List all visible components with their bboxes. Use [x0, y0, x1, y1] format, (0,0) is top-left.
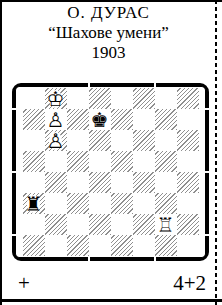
white-pawn: ♙ — [47, 110, 65, 130]
square-c5 — [67, 151, 89, 172]
square-e8 — [111, 88, 133, 109]
square-e7 — [111, 109, 133, 130]
square-c8 — [67, 88, 89, 109]
square-d1 — [89, 235, 111, 256]
square-a6 — [23, 130, 45, 151]
square-g5 — [155, 151, 177, 172]
chess-board-frame: ♔♙♚♙♜♖ — [12, 83, 209, 261]
square-f4 — [133, 172, 155, 193]
square-d4 — [89, 172, 111, 193]
black-rook: ♜ — [25, 194, 43, 214]
square-h8 — [177, 88, 199, 109]
square-g2: ♖ — [155, 214, 177, 235]
black-king: ♚ — [91, 110, 109, 130]
publication-year: 1903 — [2, 43, 215, 63]
square-b1 — [45, 235, 67, 256]
square-e4 — [111, 172, 133, 193]
page-border-right-dashed — [215, 0, 217, 305]
square-h5 — [177, 151, 199, 172]
square-f8 — [133, 88, 155, 109]
square-c6 — [67, 130, 89, 151]
square-f7 — [133, 109, 155, 130]
square-f3 — [133, 193, 155, 214]
chess-board-inner-frame: ♔♙♚♙♜♖ — [15, 86, 206, 258]
square-d3 — [89, 193, 111, 214]
square-b4 — [45, 172, 67, 193]
square-c2 — [67, 214, 89, 235]
square-g1 — [155, 235, 177, 256]
stipulation-symbol: + — [18, 271, 30, 295]
square-b7: ♙ — [45, 109, 67, 130]
diagram-footer: + 4+2 — [18, 271, 206, 295]
square-c7 — [67, 109, 89, 130]
white-pawn: ♙ — [47, 131, 65, 151]
square-g3 — [155, 193, 177, 214]
square-h7 — [177, 109, 199, 130]
square-f6 — [133, 130, 155, 151]
white-rook: ♖ — [157, 215, 175, 235]
frame-notch — [12, 171, 16, 173]
square-c3 — [67, 193, 89, 214]
publication-source: “Шахове умени” — [2, 23, 215, 43]
square-e1 — [111, 235, 133, 256]
square-b8: ♔ — [45, 88, 67, 109]
square-g8 — [155, 88, 177, 109]
diagram-header: О. ДУРАС “Шахове умени” 1903 — [2, 3, 215, 63]
square-e6 — [111, 130, 133, 151]
frame-notch — [88, 83, 90, 87]
square-a8 — [23, 88, 45, 109]
square-h4 — [177, 172, 199, 193]
square-h3 — [177, 193, 199, 214]
square-b5 — [45, 151, 67, 172]
square-a2 — [23, 214, 45, 235]
frame-notch — [12, 234, 16, 236]
frame-notch — [154, 257, 156, 261]
square-a1 — [23, 235, 45, 256]
square-a3: ♜ — [23, 193, 45, 214]
square-h1 — [177, 235, 199, 256]
page-border-left — [0, 0, 2, 305]
square-e5 — [111, 151, 133, 172]
square-d2 — [89, 214, 111, 235]
frame-notch — [205, 234, 209, 236]
square-a7 — [23, 109, 45, 130]
material-count: 4+2 — [173, 271, 206, 295]
square-d6 — [89, 130, 111, 151]
square-f1 — [133, 235, 155, 256]
chess-board: ♔♙♚♙♜♖ — [23, 88, 199, 256]
square-c1 — [67, 235, 89, 256]
square-c4 — [67, 172, 89, 193]
square-h2 — [177, 214, 199, 235]
square-b3 — [45, 193, 67, 214]
square-d7: ♚ — [89, 109, 111, 130]
square-e2 — [111, 214, 133, 235]
square-f2 — [133, 214, 155, 235]
frame-notch — [154, 83, 156, 87]
composer-name: О. ДУРАС — [2, 3, 215, 23]
square-b2 — [45, 214, 67, 235]
square-b6: ♙ — [45, 130, 67, 151]
square-g4 — [155, 172, 177, 193]
square-f5 — [133, 151, 155, 172]
chess-diagram-page: О. ДУРАС “Шахове умени” 1903 ♔♙♚♙♜♖ + 4+… — [0, 0, 222, 305]
square-h6 — [177, 130, 199, 151]
white-king: ♔ — [47, 89, 65, 109]
square-g7 — [155, 109, 177, 130]
frame-notch — [205, 108, 209, 110]
square-a5 — [23, 151, 45, 172]
square-d5 — [89, 151, 111, 172]
square-e3 — [111, 193, 133, 214]
frame-notch — [12, 108, 16, 110]
page-border-bottom — [0, 299, 222, 302]
page-border-top — [0, 0, 222, 2]
square-g6 — [155, 130, 177, 151]
square-a4 — [23, 172, 45, 193]
frame-notch — [205, 171, 209, 173]
square-d8 — [89, 88, 111, 109]
frame-notch — [88, 257, 90, 261]
